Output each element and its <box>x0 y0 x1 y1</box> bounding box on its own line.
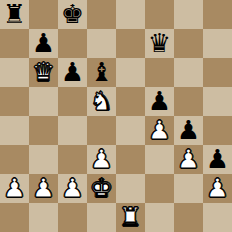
square-d8[interactable] <box>87 0 116 29</box>
square-g7[interactable] <box>174 29 203 58</box>
chess-board: ♜♚♟♛♛♟♝♞♟♟♟♟♟♟♟♟♟♚♟♜ <box>0 0 232 232</box>
square-h4[interactable] <box>203 116 232 145</box>
square-c4[interactable] <box>58 116 87 145</box>
square-g2[interactable] <box>174 174 203 203</box>
piece-white-pawn[interactable]: ♟ <box>90 145 113 174</box>
piece-black-pawn[interactable]: ♟ <box>148 87 171 116</box>
square-f1[interactable] <box>145 203 174 232</box>
piece-white-knight[interactable]: ♞ <box>90 87 113 116</box>
square-e6[interactable] <box>116 58 145 87</box>
square-b2[interactable]: ♟ <box>29 174 58 203</box>
square-c6[interactable]: ♟ <box>58 58 87 87</box>
square-a3[interactable] <box>0 145 29 174</box>
piece-black-pawn[interactable]: ♟ <box>32 29 55 58</box>
square-d2[interactable]: ♚ <box>87 174 116 203</box>
square-f4[interactable]: ♟ <box>145 116 174 145</box>
piece-white-pawn[interactable]: ♟ <box>32 174 55 203</box>
square-h1[interactable] <box>203 203 232 232</box>
piece-black-pawn[interactable]: ♟ <box>206 145 229 174</box>
square-b5[interactable] <box>29 87 58 116</box>
square-h2[interactable]: ♟ <box>203 174 232 203</box>
square-a1[interactable] <box>0 203 29 232</box>
piece-white-pawn[interactable]: ♟ <box>206 174 229 203</box>
square-b1[interactable] <box>29 203 58 232</box>
piece-black-king[interactable]: ♚ <box>61 0 84 29</box>
square-h7[interactable] <box>203 29 232 58</box>
square-e5[interactable] <box>116 87 145 116</box>
square-d7[interactable] <box>87 29 116 58</box>
square-a7[interactable] <box>0 29 29 58</box>
square-e2[interactable] <box>116 174 145 203</box>
square-e4[interactable] <box>116 116 145 145</box>
square-b3[interactable] <box>29 145 58 174</box>
piece-white-pawn[interactable]: ♟ <box>177 145 200 174</box>
square-h6[interactable] <box>203 58 232 87</box>
square-d4[interactable] <box>87 116 116 145</box>
square-c7[interactable] <box>58 29 87 58</box>
piece-black-queen[interactable]: ♛ <box>148 29 171 58</box>
piece-white-pawn[interactable]: ♟ <box>3 174 26 203</box>
square-h8[interactable] <box>203 0 232 29</box>
square-d5[interactable]: ♞ <box>87 87 116 116</box>
piece-black-bishop[interactable]: ♝ <box>90 58 113 87</box>
square-f3[interactable] <box>145 145 174 174</box>
square-b4[interactable] <box>29 116 58 145</box>
square-e8[interactable] <box>116 0 145 29</box>
square-a2[interactable]: ♟ <box>0 174 29 203</box>
square-a5[interactable] <box>0 87 29 116</box>
square-f2[interactable] <box>145 174 174 203</box>
square-f7[interactable]: ♛ <box>145 29 174 58</box>
square-f6[interactable] <box>145 58 174 87</box>
square-b7[interactable]: ♟ <box>29 29 58 58</box>
square-c3[interactable] <box>58 145 87 174</box>
square-c5[interactable] <box>58 87 87 116</box>
square-a4[interactable] <box>0 116 29 145</box>
square-e1[interactable]: ♜ <box>116 203 145 232</box>
square-g5[interactable] <box>174 87 203 116</box>
square-g1[interactable] <box>174 203 203 232</box>
square-g6[interactable] <box>174 58 203 87</box>
square-b6[interactable]: ♛ <box>29 58 58 87</box>
piece-black-pawn[interactable]: ♟ <box>61 58 84 87</box>
square-b8[interactable] <box>29 0 58 29</box>
piece-black-pawn[interactable]: ♟ <box>177 116 200 145</box>
square-e3[interactable] <box>116 145 145 174</box>
piece-white-king[interactable]: ♚ <box>90 174 113 203</box>
square-d3[interactable]: ♟ <box>87 145 116 174</box>
square-a6[interactable] <box>0 58 29 87</box>
piece-white-pawn[interactable]: ♟ <box>61 174 84 203</box>
square-a8[interactable]: ♜ <box>0 0 29 29</box>
square-g4[interactable]: ♟ <box>174 116 203 145</box>
square-e7[interactable] <box>116 29 145 58</box>
piece-white-rook[interactable]: ♜ <box>119 203 142 232</box>
piece-white-queen[interactable]: ♛ <box>32 58 55 87</box>
square-h5[interactable] <box>203 87 232 116</box>
square-c2[interactable]: ♟ <box>58 174 87 203</box>
square-c8[interactable]: ♚ <box>58 0 87 29</box>
square-g8[interactable] <box>174 0 203 29</box>
square-d1[interactable] <box>87 203 116 232</box>
piece-black-rook[interactable]: ♜ <box>3 0 26 29</box>
square-f5[interactable]: ♟ <box>145 87 174 116</box>
square-f8[interactable] <box>145 0 174 29</box>
square-c1[interactable] <box>58 203 87 232</box>
square-d6[interactable]: ♝ <box>87 58 116 87</box>
square-g3[interactable]: ♟ <box>174 145 203 174</box>
square-h3[interactable]: ♟ <box>203 145 232 174</box>
piece-white-pawn[interactable]: ♟ <box>148 116 171 145</box>
